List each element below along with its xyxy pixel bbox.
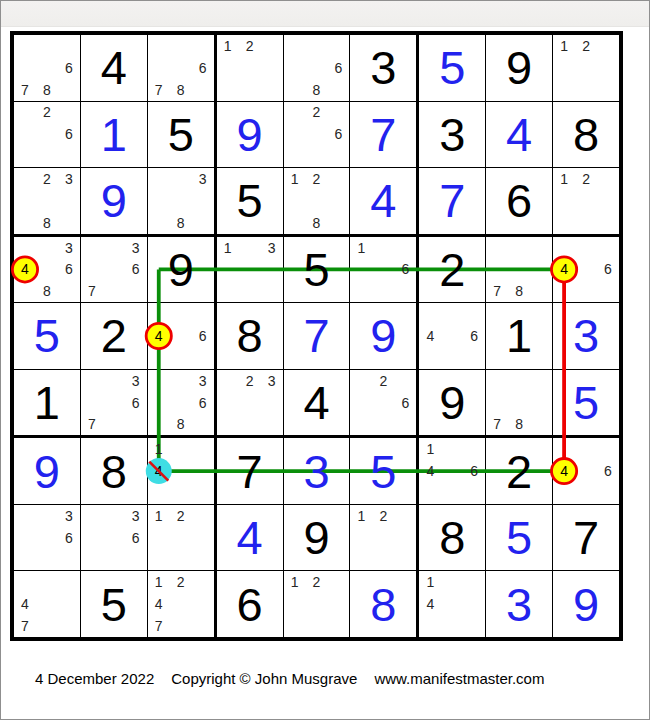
cell-r9c3[interactable]: 1247 [148, 571, 214, 637]
cell-value: 5 [506, 514, 532, 561]
cell-r5c4[interactable]: 8 [217, 303, 283, 369]
candidate-1[interactable]: 1 [358, 509, 366, 523]
cell-r2c9[interactable]: 8 [553, 102, 619, 168]
cell-value: 6 [237, 581, 263, 628]
cell-r3c2[interactable]: 9 [81, 168, 147, 234]
candidate-2[interactable]: 2 [313, 105, 321, 119]
cell-value: 8 [237, 312, 263, 359]
footer-copyright: Copyright © John Musgrave [171, 670, 357, 687]
cell-value: 1 [34, 379, 60, 426]
cell-r8c3[interactable]: 12 [148, 505, 214, 571]
cell-r6c1[interactable]: 1 [14, 370, 80, 436]
candidate-6[interactable]: 6 [132, 531, 140, 545]
candidate-1[interactable]: 1 [291, 575, 299, 589]
cell-value: 8 [439, 514, 465, 561]
cell-value: 9 [34, 448, 60, 495]
cell-value: 8 [370, 581, 396, 628]
cell-r7c7[interactable]: 146 [419, 438, 485, 504]
cell-r9c9[interactable]: 9 [553, 571, 619, 637]
candidate-8[interactable]: 8 [43, 83, 51, 97]
cell-r8c8[interactable]: 5 [486, 505, 552, 571]
cell-value: 4 [101, 44, 127, 91]
cell-r1c3[interactable]: 678 [148, 35, 214, 101]
cell-value: 7 [237, 448, 263, 495]
candidate-6[interactable]: 6 [65, 531, 73, 545]
candidate-1[interactable]: 1 [224, 241, 232, 255]
cell-value: 3 [573, 312, 599, 359]
cell-r7c8[interactable]: 2 [486, 438, 552, 504]
cell-value: 4 [237, 514, 263, 561]
cell-value: 1 [506, 312, 532, 359]
cell-r9c7[interactable]: 14 [419, 571, 485, 637]
candidate-3[interactable]: 3 [268, 241, 276, 255]
cell-r4c8[interactable]: 78 [486, 237, 552, 303]
cell-r3c5[interactable]: 128 [284, 168, 350, 234]
cell-value: 3 [439, 111, 465, 158]
cell-r5c1[interactable]: 5 [14, 303, 80, 369]
candidate-1[interactable]: 1 [291, 172, 299, 186]
candidate-8[interactable]: 8 [515, 417, 523, 431]
cell-r6c9[interactable]: 5 [553, 370, 619, 436]
candidate-2[interactable]: 2 [313, 172, 321, 186]
candidate-3[interactable]: 3 [199, 374, 207, 388]
cell-value: 3 [506, 581, 532, 628]
cell-r7c9[interactable]: 46 [553, 438, 619, 504]
cell-r4c7[interactable]: 2 [419, 237, 485, 303]
cell-r3c4[interactable]: 5 [217, 168, 283, 234]
cell-r3c7[interactable]: 7 [419, 168, 485, 234]
cell-r5c9[interactable]: 3 [553, 303, 619, 369]
cell-r7c3[interactable]: 14 [148, 438, 214, 504]
candidate-7[interactable]: 7 [155, 619, 163, 633]
cell-r3c9[interactable]: 12 [553, 168, 619, 234]
cell-r5c5[interactable]: 7 [284, 303, 350, 369]
cell-r6c3[interactable]: 368 [148, 370, 214, 436]
cell-r6c5[interactable]: 4 [284, 370, 350, 436]
cell-r7c1[interactable]: 9 [14, 438, 80, 504]
candidate-4[interactable]: 4 [560, 262, 568, 276]
cell-value: 1 [101, 111, 127, 158]
cell-r4c2[interactable]: 367 [81, 237, 147, 303]
candidate-2[interactable]: 2 [313, 575, 321, 589]
candidate-6[interactable]: 6 [199, 396, 207, 410]
cell-r6c8[interactable]: 78 [486, 370, 552, 436]
cell-value: 5 [34, 312, 60, 359]
cell-r2c8[interactable]: 4 [486, 102, 552, 168]
cell-r5c7[interactable]: 46 [419, 303, 485, 369]
cell-value: 7 [439, 177, 465, 224]
candidate-6[interactable]: 6 [199, 329, 207, 343]
cell-r2c3[interactable]: 5 [148, 102, 214, 168]
cell-r1c4[interactable]: 12 [217, 35, 283, 101]
candidate-8[interactable]: 8 [177, 83, 185, 97]
cell-r6c4[interactable]: 23 [217, 370, 283, 436]
cell-value: 9 [573, 581, 599, 628]
cell-r9c5[interactable]: 12 [284, 571, 350, 637]
candidate-7[interactable]: 7 [88, 284, 96, 298]
cell-r8c9[interactable]: 7 [553, 505, 619, 571]
cell-value: 5 [370, 448, 396, 495]
candidate-1[interactable]: 1 [426, 442, 434, 456]
candidate-3[interactable]: 3 [268, 374, 276, 388]
cell-r4c3[interactable]: 9 [148, 237, 214, 303]
candidate-7[interactable]: 7 [493, 284, 501, 298]
candidate-4[interactable]: 4 [155, 329, 163, 343]
candidate-8[interactable]: 8 [177, 216, 185, 230]
cell-value: 7 [573, 514, 599, 561]
candidate-7[interactable]: 7 [21, 619, 29, 633]
candidate-4[interactable]: 4 [426, 597, 434, 611]
candidate-1[interactable]: 1 [155, 442, 163, 456]
candidate-4[interactable]: 4 [426, 329, 434, 343]
candidate-7[interactable]: 7 [88, 417, 96, 431]
candidate-8[interactable]: 8 [43, 216, 51, 230]
candidate-1[interactable]: 1 [224, 39, 232, 53]
cell-value: 2 [506, 448, 532, 495]
cell-r8c5[interactable]: 9 [284, 505, 350, 571]
cell-r8c6[interactable]: 12 [350, 505, 416, 571]
candidate-2[interactable]: 2 [246, 374, 254, 388]
candidate-4[interactable]: 4 [155, 464, 163, 478]
cell-r9c6[interactable]: 8 [350, 571, 416, 637]
cell-value: 2 [439, 246, 465, 293]
candidate-1[interactable]: 1 [560, 172, 568, 186]
candidate-2[interactable]: 2 [582, 39, 590, 53]
cell-r8c1[interactable]: 36 [14, 505, 80, 571]
candidate-7[interactable]: 7 [155, 83, 163, 97]
candidate-2[interactable]: 2 [43, 105, 51, 119]
cell-r7c6[interactable]: 5 [350, 438, 416, 504]
cell-r3c8[interactable]: 6 [486, 168, 552, 234]
sudoku-board: 6784678126835912261592673482389385128476… [10, 31, 623, 641]
cell-r9c1[interactable]: 47 [14, 571, 80, 637]
cell-value: 9 [168, 246, 194, 293]
cell-r8c2[interactable]: 36 [81, 505, 147, 571]
cell-r3c3[interactable]: 38 [148, 168, 214, 234]
cell-value: 5 [303, 246, 329, 293]
cell-r2c4[interactable]: 9 [217, 102, 283, 168]
cell-value: 9 [303, 514, 329, 561]
candidate-1[interactable]: 1 [155, 509, 163, 523]
candidate-8[interactable]: 8 [43, 284, 51, 298]
cell-r8c7[interactable]: 8 [419, 505, 485, 571]
footer-website-link[interactable]: www.manifestmaster.com [374, 670, 544, 687]
cell-r5c6[interactable]: 9 [350, 303, 416, 369]
candidate-4[interactable]: 4 [155, 597, 163, 611]
cell-r1c1[interactable]: 678 [14, 35, 80, 101]
cell-r5c8[interactable]: 1 [486, 303, 552, 369]
candidate-6[interactable]: 6 [470, 464, 478, 478]
candidate-6[interactable]: 6 [401, 396, 409, 410]
cell-r1c9[interactable]: 12 [553, 35, 619, 101]
cell-value: 5 [573, 379, 599, 426]
candidate-6[interactable]: 6 [335, 127, 343, 141]
cell-value: 4 [370, 177, 396, 224]
footer-date: 4 December 2022 [35, 670, 154, 687]
cell-value: 9 [506, 44, 532, 91]
cell-r4c5[interactable]: 5 [284, 237, 350, 303]
cell-r9c4[interactable]: 6 [217, 571, 283, 637]
cell-r6c7[interactable]: 9 [419, 370, 485, 436]
cell-r4c6[interactable]: 16 [350, 237, 416, 303]
cell-r1c2[interactable]: 4 [81, 35, 147, 101]
cell-r4c4[interactable]: 13 [217, 237, 283, 303]
cell-r1c8[interactable]: 9 [486, 35, 552, 101]
candidate-4[interactable]: 4 [426, 464, 434, 478]
cell-value: 5 [101, 581, 127, 628]
candidate-3[interactable]: 3 [132, 241, 140, 255]
candidate-7[interactable]: 7 [493, 417, 501, 431]
candidate-6[interactable]: 6 [335, 61, 343, 75]
candidate-6[interactable]: 6 [65, 127, 73, 141]
candidate-2[interactable]: 2 [582, 172, 590, 186]
candidate-2[interactable]: 2 [379, 374, 387, 388]
candidate-3[interactable]: 3 [65, 172, 73, 186]
candidate-2[interactable]: 2 [177, 575, 185, 589]
candidate-8[interactable]: 8 [313, 216, 321, 230]
cell-r4c1[interactable]: 3468 [14, 237, 80, 303]
candidate-2[interactable]: 2 [43, 172, 51, 186]
cell-value: 5 [439, 44, 465, 91]
candidate-3[interactable]: 3 [132, 509, 140, 523]
cell-value: 8 [573, 111, 599, 158]
cell-r1c6[interactable]: 3 [350, 35, 416, 101]
cell-r5c2[interactable]: 2 [81, 303, 147, 369]
cell-value: 3 [370, 44, 396, 91]
candidate-2[interactable]: 2 [379, 509, 387, 523]
candidate-6[interactable]: 6 [132, 396, 140, 410]
cell-value: 8 [101, 448, 127, 495]
candidate-6[interactable]: 6 [401, 262, 409, 276]
candidate-6[interactable]: 6 [199, 61, 207, 75]
cell-r7c2[interactable]: 8 [81, 438, 147, 504]
candidate-8[interactable]: 8 [515, 284, 523, 298]
candidate-3[interactable]: 3 [65, 241, 73, 255]
cell-r9c2[interactable]: 5 [81, 571, 147, 637]
cell-value: 5 [237, 177, 263, 224]
candidate-8[interactable]: 8 [177, 417, 185, 431]
top-bar [1, 1, 649, 27]
candidate-2[interactable]: 2 [246, 39, 254, 53]
cell-value: 4 [506, 111, 532, 158]
cell-value: 7 [370, 111, 396, 158]
cell-value: 3 [303, 448, 329, 495]
page: 6784678126835912261592673482389385128476… [0, 0, 650, 720]
cell-value: 4 [303, 379, 329, 426]
cell-r2c7[interactable]: 3 [419, 102, 485, 168]
candidate-1[interactable]: 1 [426, 575, 434, 589]
cell-r7c5[interactable]: 3 [284, 438, 350, 504]
cell-r4c9[interactable]: 46 [553, 237, 619, 303]
cell-r2c1[interactable]: 26 [14, 102, 80, 168]
cell-value: 2 [101, 312, 127, 359]
cell-r3c1[interactable]: 238 [14, 168, 80, 234]
candidate-7[interactable]: 7 [21, 83, 29, 97]
cell-r1c5[interactable]: 68 [284, 35, 350, 101]
cell-value: 6 [506, 177, 532, 224]
candidate-6[interactable]: 6 [65, 61, 73, 75]
cell-r2c6[interactable]: 7 [350, 102, 416, 168]
candidate-1[interactable]: 1 [358, 241, 366, 255]
cell-r2c2[interactable]: 1 [81, 102, 147, 168]
cell-r2c5[interactable]: 26 [284, 102, 350, 168]
candidate-6[interactable]: 6 [132, 262, 140, 276]
footer: 4 December 2022Copyright © John Musgrave… [35, 670, 544, 687]
cell-value: 9 [370, 312, 396, 359]
candidate-1[interactable]: 1 [560, 39, 568, 53]
candidate-6[interactable]: 6 [604, 262, 612, 276]
candidate-4[interactable]: 4 [21, 262, 29, 276]
cell-r7c4[interactable]: 7 [217, 438, 283, 504]
candidate-6[interactable]: 6 [470, 329, 478, 343]
candidate-3[interactable]: 3 [65, 509, 73, 523]
cell-value: 5 [168, 111, 194, 158]
cell-value: 9 [439, 379, 465, 426]
cell-r9c8[interactable]: 3 [486, 571, 552, 637]
cell-value: 7 [303, 312, 329, 359]
cell-r8c4[interactable]: 4 [217, 505, 283, 571]
cell-value: 9 [101, 177, 127, 224]
cell-value: 9 [237, 111, 263, 158]
cell-r6c2[interactable]: 367 [81, 370, 147, 436]
candidate-3[interactable]: 3 [132, 374, 140, 388]
candidate-4[interactable]: 4 [560, 464, 568, 478]
candidate-8[interactable]: 8 [313, 83, 321, 97]
candidate-6[interactable]: 6 [604, 464, 612, 478]
candidate-6[interactable]: 6 [65, 262, 73, 276]
candidate-1[interactable]: 1 [155, 575, 163, 589]
cell-r5c3[interactable]: 46 [148, 303, 214, 369]
candidate-2[interactable]: 2 [177, 509, 185, 523]
candidate-3[interactable]: 3 [199, 172, 207, 186]
cell-r6c6[interactable]: 26 [350, 370, 416, 436]
cell-r1c7[interactable]: 5 [419, 35, 485, 101]
candidate-4[interactable]: 4 [21, 597, 29, 611]
cell-r3c6[interactable]: 4 [350, 168, 416, 234]
